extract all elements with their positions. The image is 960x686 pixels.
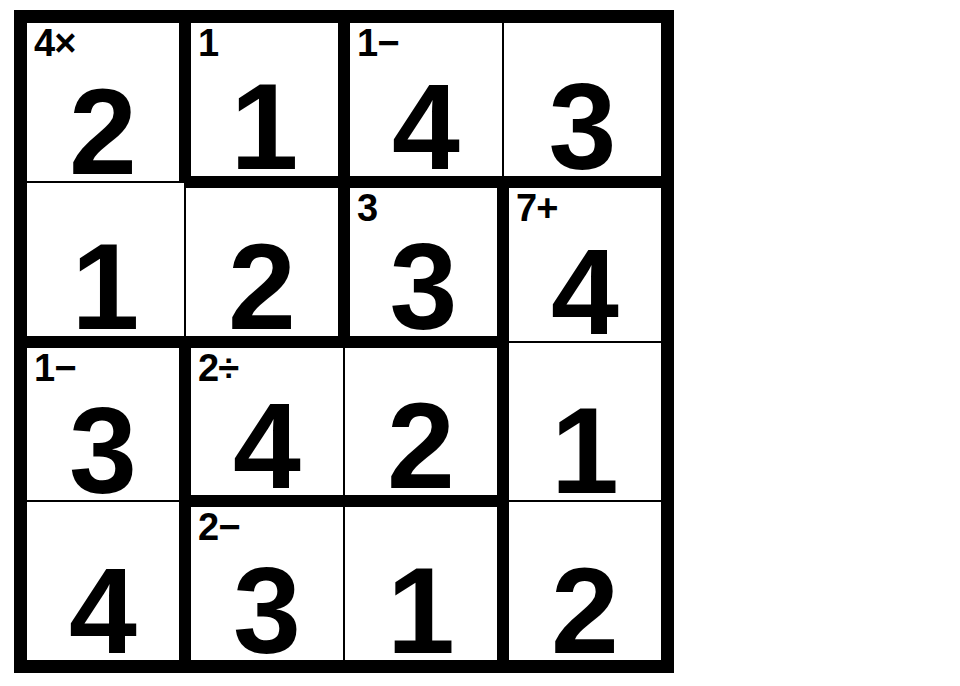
- cell-value: 1: [191, 66, 338, 188]
- cage-clue: 1−: [357, 24, 398, 64]
- cell-r3c3[interactable]: 2: [344, 342, 503, 502]
- cell-value: 4: [191, 385, 343, 507]
- cell-r4c3[interactable]: 1: [344, 501, 503, 661]
- cell-r3c2[interactable]: 2÷ 4: [185, 342, 344, 502]
- cage-clue: 3: [357, 189, 377, 229]
- cell-value: 3: [191, 550, 343, 672]
- cell-r3c1[interactable]: 1− 3: [26, 342, 185, 502]
- cell-value: 4: [27, 550, 179, 672]
- cell-value: 4: [509, 231, 661, 353]
- cage-clue: 7+: [516, 189, 557, 229]
- cell-r1c2[interactable]: 1 1: [185, 22, 344, 182]
- cell-value: 2: [27, 71, 179, 193]
- cell-r2c4[interactable]: 7+ 4: [503, 182, 662, 342]
- cell-value: 3: [27, 390, 179, 512]
- cell-r2c3[interactable]: 3 3: [344, 182, 503, 342]
- cell-value: 2: [509, 550, 661, 672]
- cage-clue: 2÷: [198, 349, 238, 389]
- cell-r2c2[interactable]: 2: [185, 182, 344, 342]
- cell-r4c4[interactable]: 2: [503, 501, 662, 661]
- cell-value: 3: [504, 66, 661, 188]
- cell-r1c1[interactable]: 4× 2: [26, 22, 185, 182]
- cell-value: 1: [509, 390, 661, 512]
- kenken-board: 4× 2 1 1 1− 4 3 1 2 3 3 7+ 4 1− 3 2÷ 4 2: [14, 10, 674, 673]
- cell-value: 1: [345, 550, 497, 672]
- cell-r4c1[interactable]: 4: [26, 501, 185, 661]
- cell-r2c1[interactable]: 1: [26, 182, 185, 342]
- cell-r3c4[interactable]: 1: [503, 342, 662, 502]
- cell-r4c2[interactable]: 2− 3: [185, 501, 344, 661]
- cell-value: 3: [350, 226, 497, 348]
- cell-value: 1: [27, 226, 184, 348]
- cell-value: 2: [186, 226, 338, 348]
- cage-clue: 1: [198, 24, 218, 64]
- cell-r1c3[interactable]: 1− 4: [344, 22, 503, 182]
- cell-r1c4[interactable]: 3: [503, 22, 662, 182]
- cell-value: 2: [345, 385, 497, 507]
- cell-value: 4: [350, 66, 502, 188]
- cage-clue: 4×: [34, 24, 75, 64]
